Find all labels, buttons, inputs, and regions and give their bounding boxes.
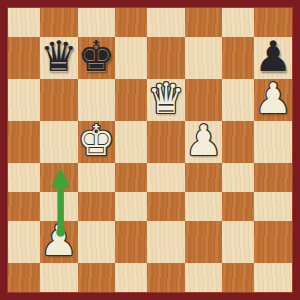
- square-c4[interactable]: [78, 163, 116, 192]
- square-a3[interactable]: [8, 192, 40, 221]
- square-g2[interactable]: [222, 221, 254, 263]
- square-h2[interactable]: [254, 221, 292, 263]
- square-c7[interactable]: ♚: [78, 37, 116, 79]
- square-a1[interactable]: [8, 263, 40, 292]
- square-b4[interactable]: [40, 163, 78, 192]
- square-g6[interactable]: [222, 79, 254, 121]
- white-pawn[interactable]: ♟: [40, 220, 78, 262]
- square-d1[interactable]: [115, 263, 147, 292]
- square-b5[interactable]: [40, 121, 78, 163]
- square-d5[interactable]: [115, 121, 147, 163]
- square-e5[interactable]: [147, 121, 185, 163]
- square-a6[interactable]: [8, 79, 40, 121]
- square-e6[interactable]: ♛: [147, 79, 185, 121]
- black-queen[interactable]: ♛: [40, 36, 78, 78]
- square-h1[interactable]: [254, 263, 292, 292]
- square-d7[interactable]: [115, 37, 147, 79]
- square-e7[interactable]: [147, 37, 185, 79]
- square-c3[interactable]: [78, 192, 116, 221]
- square-f3[interactable]: [185, 192, 223, 221]
- square-b7[interactable]: ♛: [40, 37, 78, 79]
- square-c6[interactable]: [78, 79, 116, 121]
- square-f7[interactable]: [185, 37, 223, 79]
- square-h7[interactable]: ♟: [254, 37, 292, 79]
- square-d3[interactable]: [115, 192, 147, 221]
- square-e1[interactable]: [147, 263, 185, 292]
- square-g5[interactable]: [222, 121, 254, 163]
- square-g3[interactable]: [222, 192, 254, 221]
- square-f1[interactable]: [185, 263, 223, 292]
- square-e3[interactable]: [147, 192, 185, 221]
- white-pawn[interactable]: ♟: [185, 120, 223, 162]
- square-b2[interactable]: ♟: [40, 221, 78, 263]
- square-g4[interactable]: [222, 163, 254, 192]
- square-f6[interactable]: [185, 79, 223, 121]
- square-h3[interactable]: [254, 192, 292, 221]
- square-f4[interactable]: [185, 163, 223, 192]
- square-h5[interactable]: [254, 121, 292, 163]
- square-d2[interactable]: [115, 221, 147, 263]
- square-h4[interactable]: [254, 163, 292, 192]
- square-a4[interactable]: [8, 163, 40, 192]
- black-king[interactable]: ♚: [78, 36, 116, 78]
- square-h6[interactable]: ♟: [254, 79, 292, 121]
- square-a5[interactable]: [8, 121, 40, 163]
- square-a8[interactable]: [8, 8, 40, 37]
- white-king[interactable]: ♚: [78, 120, 116, 162]
- square-d6[interactable]: [115, 79, 147, 121]
- square-d8[interactable]: [115, 8, 147, 37]
- square-c1[interactable]: [78, 263, 116, 292]
- white-pawn[interactable]: ♟: [254, 78, 292, 120]
- square-f2[interactable]: [185, 221, 223, 263]
- chess-board-frame: ♛♚♟♛♟♚♟♟: [0, 0, 300, 300]
- square-e4[interactable]: [147, 163, 185, 192]
- square-a7[interactable]: [8, 37, 40, 79]
- black-pawn[interactable]: ♟: [254, 36, 292, 78]
- white-queen[interactable]: ♛: [147, 78, 185, 120]
- square-e2[interactable]: [147, 221, 185, 263]
- square-g1[interactable]: [222, 263, 254, 292]
- chess-board: ♛♚♟♛♟♚♟♟: [8, 8, 292, 292]
- square-g7[interactable]: [222, 37, 254, 79]
- square-e8[interactable]: [147, 8, 185, 37]
- square-a2[interactable]: [8, 221, 40, 263]
- square-f8[interactable]: [185, 8, 223, 37]
- square-b6[interactable]: [40, 79, 78, 121]
- square-f5[interactable]: ♟: [185, 121, 223, 163]
- square-c2[interactable]: [78, 221, 116, 263]
- square-c5[interactable]: ♚: [78, 121, 116, 163]
- square-b1[interactable]: [40, 263, 78, 292]
- square-d4[interactable]: [115, 163, 147, 192]
- square-g8[interactable]: [222, 8, 254, 37]
